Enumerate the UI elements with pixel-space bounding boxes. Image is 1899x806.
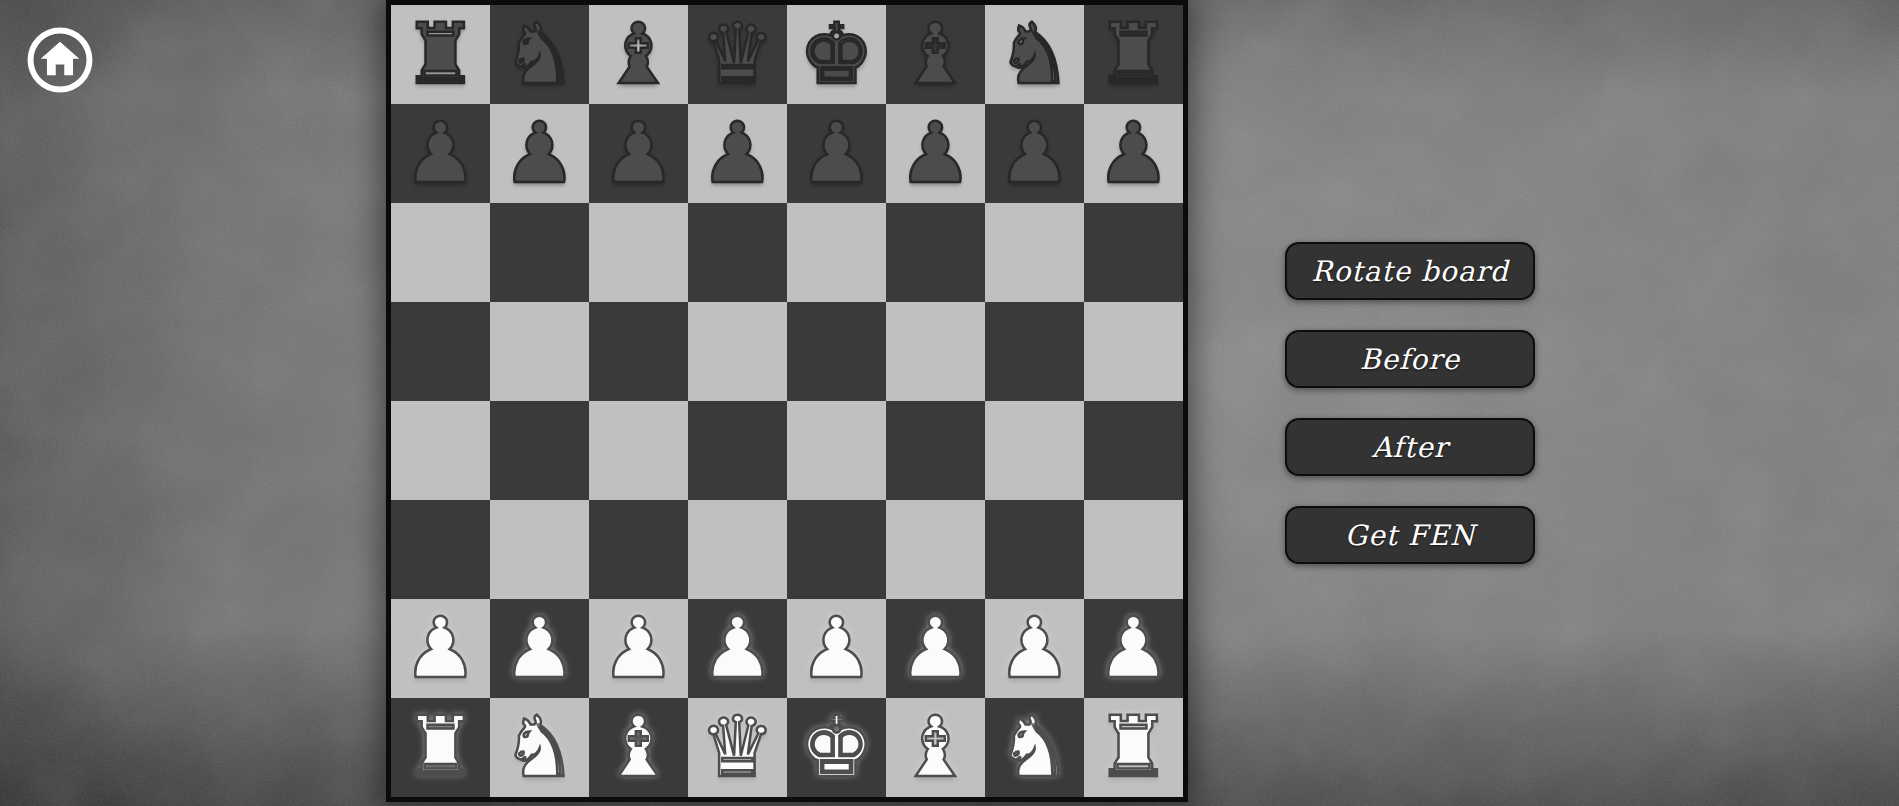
black-pawn[interactable]: ♟ (601, 104, 676, 203)
white-pawn[interactable]: ♟ (1096, 599, 1171, 698)
white-bishop[interactable]: ♝ (601, 698, 676, 797)
white-pawn[interactable]: ♟ (997, 599, 1072, 698)
square-e4[interactable] (787, 401, 886, 500)
square-d3[interactable] (688, 500, 787, 599)
square-d1[interactable]: ♛ (688, 698, 787, 797)
black-bishop[interactable]: ♝ (601, 5, 676, 104)
black-pawn[interactable]: ♟ (799, 104, 874, 203)
square-b7[interactable]: ♟ (490, 104, 589, 203)
square-d4[interactable] (688, 401, 787, 500)
black-pawn[interactable]: ♟ (898, 104, 973, 203)
square-h5[interactable] (1084, 302, 1183, 401)
square-c8[interactable]: ♝ (589, 5, 688, 104)
square-e5[interactable] (787, 302, 886, 401)
after-button[interactable]: After (1285, 418, 1535, 476)
square-c1[interactable]: ♝ (589, 698, 688, 797)
square-g8[interactable]: ♞ (985, 5, 1084, 104)
square-g4[interactable] (985, 401, 1084, 500)
white-pawn[interactable]: ♟ (502, 599, 577, 698)
black-knight[interactable]: ♞ (997, 5, 1072, 104)
square-e2[interactable]: ♟ (787, 599, 886, 698)
white-king[interactable]: ♚ (799, 698, 874, 797)
square-b1[interactable]: ♞ (490, 698, 589, 797)
square-h2[interactable]: ♟ (1084, 599, 1183, 698)
white-bishop[interactable]: ♝ (898, 698, 973, 797)
square-h4[interactable] (1084, 401, 1183, 500)
square-g6[interactable] (985, 203, 1084, 302)
square-c7[interactable]: ♟ (589, 104, 688, 203)
square-h6[interactable] (1084, 203, 1183, 302)
square-h3[interactable] (1084, 500, 1183, 599)
white-rook[interactable]: ♜ (403, 698, 478, 797)
square-c6[interactable] (589, 203, 688, 302)
black-king[interactable]: ♚ (799, 5, 874, 104)
square-f4[interactable] (886, 401, 985, 500)
square-h8[interactable]: ♜ (1084, 5, 1183, 104)
square-d7[interactable]: ♟ (688, 104, 787, 203)
square-g2[interactable]: ♟ (985, 599, 1084, 698)
black-rook[interactable]: ♜ (1096, 5, 1171, 104)
black-pawn[interactable]: ♟ (700, 104, 775, 203)
square-e6[interactable] (787, 203, 886, 302)
chess-board: ♜♞♝♛♚♝♞♜♟♟♟♟♟♟♟♟♟♟♟♟♟♟♟♟♜♞♝♛♚♝♞♜ (386, 0, 1188, 802)
square-a3[interactable] (391, 500, 490, 599)
square-g3[interactable] (985, 500, 1084, 599)
square-f6[interactable] (886, 203, 985, 302)
square-b6[interactable] (490, 203, 589, 302)
square-d6[interactable] (688, 203, 787, 302)
square-e1[interactable]: ♚ (787, 698, 886, 797)
square-h7[interactable]: ♟ (1084, 104, 1183, 203)
square-d2[interactable]: ♟ (688, 599, 787, 698)
square-d8[interactable]: ♛ (688, 5, 787, 104)
get-fen-button[interactable]: Get FEN (1285, 506, 1535, 564)
square-g7[interactable]: ♟ (985, 104, 1084, 203)
square-a8[interactable]: ♜ (391, 5, 490, 104)
square-a5[interactable] (391, 302, 490, 401)
square-f8[interactable]: ♝ (886, 5, 985, 104)
square-c3[interactable] (589, 500, 688, 599)
black-bishop[interactable]: ♝ (898, 5, 973, 104)
square-b8[interactable]: ♞ (490, 5, 589, 104)
black-pawn[interactable]: ♟ (1096, 104, 1171, 203)
rotate-board-button[interactable]: Rotate board (1285, 242, 1535, 300)
square-c5[interactable] (589, 302, 688, 401)
square-a4[interactable] (391, 401, 490, 500)
square-a6[interactable] (391, 203, 490, 302)
black-pawn[interactable]: ♟ (403, 104, 478, 203)
white-pawn[interactable]: ♟ (898, 599, 973, 698)
black-pawn[interactable]: ♟ (997, 104, 1072, 203)
before-button[interactable]: Before (1285, 330, 1535, 388)
white-queen[interactable]: ♛ (700, 698, 775, 797)
black-knight[interactable]: ♞ (502, 5, 577, 104)
white-rook[interactable]: ♜ (1096, 698, 1171, 797)
black-rook[interactable]: ♜ (403, 5, 478, 104)
square-b3[interactable] (490, 500, 589, 599)
square-f2[interactable]: ♟ (886, 599, 985, 698)
square-b5[interactable] (490, 302, 589, 401)
white-knight[interactable]: ♞ (502, 698, 577, 797)
square-d5[interactable] (688, 302, 787, 401)
black-pawn[interactable]: ♟ (502, 104, 577, 203)
home-icon (26, 26, 94, 94)
square-f5[interactable] (886, 302, 985, 401)
square-c4[interactable] (589, 401, 688, 500)
white-pawn[interactable]: ♟ (799, 599, 874, 698)
white-knight[interactable]: ♞ (997, 698, 1072, 797)
square-e8[interactable]: ♚ (787, 5, 886, 104)
white-pawn[interactable]: ♟ (403, 599, 478, 698)
square-f3[interactable] (886, 500, 985, 599)
square-b2[interactable]: ♟ (490, 599, 589, 698)
square-c2[interactable]: ♟ (589, 599, 688, 698)
square-f1[interactable]: ♝ (886, 698, 985, 797)
square-g1[interactable]: ♞ (985, 698, 1084, 797)
square-h1[interactable]: ♜ (1084, 698, 1183, 797)
square-a7[interactable]: ♟ (391, 104, 490, 203)
square-a1[interactable]: ♜ (391, 698, 490, 797)
square-e7[interactable]: ♟ (787, 104, 886, 203)
app-window: ♜♞♝♛♚♝♞♜♟♟♟♟♟♟♟♟♟♟♟♟♟♟♟♟♜♞♝♛♚♝♞♜ Rotate … (0, 0, 1899, 806)
white-pawn[interactable]: ♟ (700, 599, 775, 698)
square-a2[interactable]: ♟ (391, 599, 490, 698)
square-b4[interactable] (490, 401, 589, 500)
square-f7[interactable]: ♟ (886, 104, 985, 203)
white-pawn[interactable]: ♟ (601, 599, 676, 698)
home-button[interactable] (26, 26, 94, 94)
square-e3[interactable] (787, 500, 886, 599)
square-g5[interactable] (985, 302, 1084, 401)
black-queen[interactable]: ♛ (700, 5, 775, 104)
